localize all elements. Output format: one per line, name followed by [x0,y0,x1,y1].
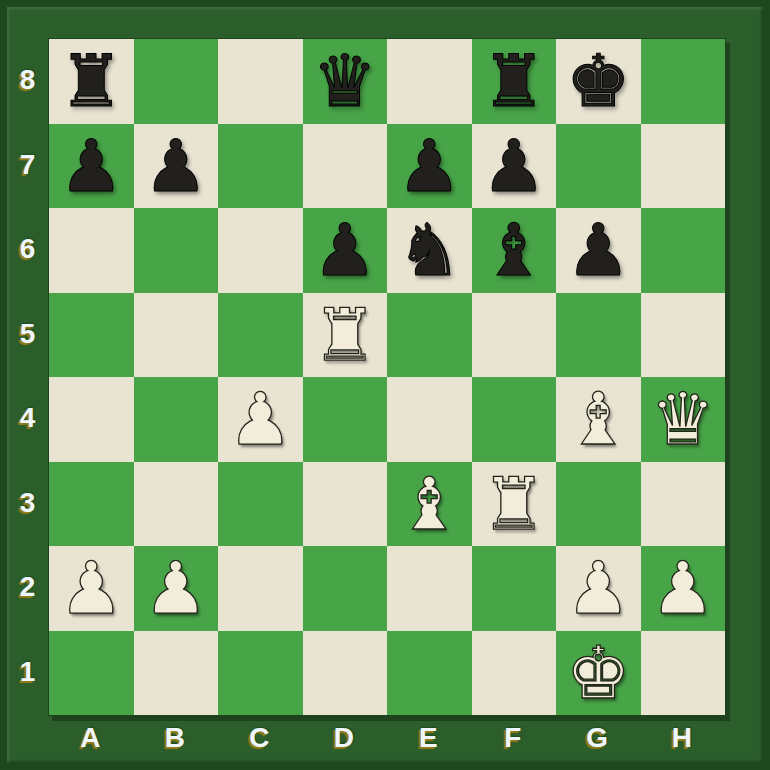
square-b6[interactable] [134,208,219,293]
piece-white-pawn[interactable]: ♟ [228,383,293,455]
chess-board: ♜♛♜♚♟♟♟♟♟♞♝♟♜♟♝♛♝♜♟♟♟♟♚ [48,38,726,716]
piece-black-queen[interactable]: ♛ [312,45,377,117]
rank-label-7: 7 [7,123,48,208]
square-c5[interactable] [218,293,303,378]
square-c4[interactable]: ♟ [218,377,303,462]
rank-label-1: 1 [7,630,48,715]
square-g6[interactable]: ♟ [556,208,641,293]
square-d1[interactable] [303,631,388,716]
square-e8[interactable] [387,39,472,124]
square-c8[interactable] [218,39,303,124]
square-a4[interactable] [49,377,134,462]
square-d2[interactable] [303,546,388,631]
piece-black-pawn[interactable]: ♟ [481,130,546,202]
square-g3[interactable] [556,462,641,547]
piece-black-king[interactable]: ♚ [566,45,631,117]
piece-white-pawn[interactable]: ♟ [59,552,124,624]
square-a2[interactable]: ♟ [49,546,134,631]
square-d7[interactable] [303,124,388,209]
square-f4[interactable] [472,377,557,462]
square-f5[interactable] [472,293,557,378]
square-f1[interactable] [472,631,557,716]
square-e2[interactable] [387,546,472,631]
square-h2[interactable]: ♟ [641,546,726,631]
rank-label-2: 2 [7,545,48,630]
square-h3[interactable] [641,462,726,547]
piece-white-bishop[interactable]: ♝ [397,468,462,540]
rank-label-8: 8 [7,38,48,123]
piece-white-pawn[interactable]: ♟ [566,552,631,624]
square-e4[interactable] [387,377,472,462]
rank-label-6: 6 [7,207,48,292]
square-c7[interactable] [218,124,303,209]
square-h5[interactable] [641,293,726,378]
square-b3[interactable] [134,462,219,547]
square-e1[interactable] [387,631,472,716]
piece-black-pawn[interactable]: ♟ [59,130,124,202]
square-g7[interactable] [556,124,641,209]
square-g2[interactable]: ♟ [556,546,641,631]
file-label-f: F [471,715,556,761]
square-a7[interactable]: ♟ [49,124,134,209]
square-d3[interactable] [303,462,388,547]
square-a1[interactable] [49,631,134,716]
square-d5[interactable]: ♜ [303,293,388,378]
square-f8[interactable]: ♜ [472,39,557,124]
square-h6[interactable] [641,208,726,293]
piece-white-rook[interactable]: ♜ [481,468,546,540]
piece-white-bishop[interactable]: ♝ [566,383,631,455]
square-b4[interactable] [134,377,219,462]
square-h8[interactable] [641,39,726,124]
piece-black-rook[interactable]: ♜ [481,45,546,117]
file-label-a: A [48,715,133,761]
square-e7[interactable]: ♟ [387,124,472,209]
piece-black-pawn[interactable]: ♟ [397,130,462,202]
square-e6[interactable]: ♞ [387,208,472,293]
square-h4[interactable]: ♛ [641,377,726,462]
file-label-e: E [386,715,471,761]
square-h7[interactable] [641,124,726,209]
piece-white-rook[interactable]: ♜ [312,299,377,371]
square-e3[interactable]: ♝ [387,462,472,547]
square-c1[interactable] [218,631,303,716]
square-b1[interactable] [134,631,219,716]
board-frame: ♜♛♜♚♟♟♟♟♟♞♝♟♜♟♝♛♝♜♟♟♟♟♚ 87654321 ABCDEFG… [7,7,763,763]
piece-black-bishop[interactable]: ♝ [481,214,546,286]
square-a6[interactable] [49,208,134,293]
square-h1[interactable] [641,631,726,716]
piece-white-pawn[interactable]: ♟ [143,552,208,624]
square-c2[interactable] [218,546,303,631]
square-d8[interactable]: ♛ [303,39,388,124]
piece-black-pawn[interactable]: ♟ [312,214,377,286]
square-c3[interactable] [218,462,303,547]
file-label-h: H [640,715,725,761]
piece-black-pawn[interactable]: ♟ [566,214,631,286]
piece-black-pawn[interactable]: ♟ [143,130,208,202]
square-b8[interactable] [134,39,219,124]
square-f3[interactable]: ♜ [472,462,557,547]
square-a5[interactable] [49,293,134,378]
square-b5[interactable] [134,293,219,378]
piece-black-knight[interactable]: ♞ [397,214,462,286]
square-g8[interactable]: ♚ [556,39,641,124]
piece-black-rook[interactable]: ♜ [59,45,124,117]
square-d4[interactable] [303,377,388,462]
file-label-d: D [302,715,387,761]
chess-diagram: ♜♛♜♚♟♟♟♟♟♞♝♟♜♟♝♛♝♜♟♟♟♟♚ 87654321 ABCDEFG… [0,0,770,770]
file-label-b: B [133,715,218,761]
square-g4[interactable]: ♝ [556,377,641,462]
file-label-g: G [555,715,640,761]
square-f2[interactable] [472,546,557,631]
rank-label-3: 3 [7,461,48,546]
square-d6[interactable]: ♟ [303,208,388,293]
square-g1[interactable]: ♚ [556,631,641,716]
rank-label-4: 4 [7,376,48,461]
square-b7[interactable]: ♟ [134,124,219,209]
square-e5[interactable] [387,293,472,378]
square-b2[interactable]: ♟ [134,546,219,631]
square-a8[interactable]: ♜ [49,39,134,124]
piece-white-king[interactable]: ♚ [566,637,631,709]
square-c6[interactable] [218,208,303,293]
square-a3[interactable] [49,462,134,547]
square-g5[interactable] [556,293,641,378]
rank-label-5: 5 [7,292,48,377]
file-label-c: C [217,715,302,761]
piece-white-queen[interactable]: ♛ [650,383,715,455]
piece-white-pawn[interactable]: ♟ [650,552,715,624]
square-f7[interactable]: ♟ [472,124,557,209]
square-f6[interactable]: ♝ [472,208,557,293]
